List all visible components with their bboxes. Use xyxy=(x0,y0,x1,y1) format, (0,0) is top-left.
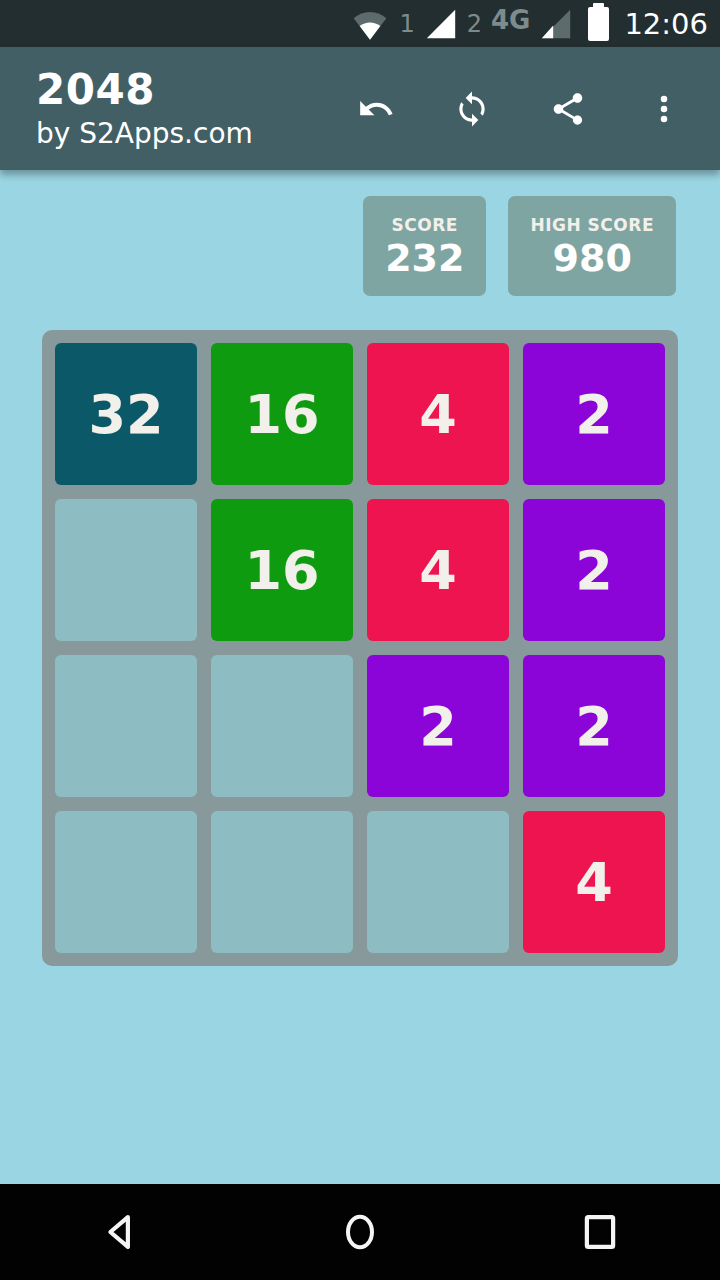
tile-r2c3-value-4: 4 xyxy=(367,499,509,641)
high-score-value: 980 xyxy=(553,239,632,277)
score-value: 232 xyxy=(385,239,464,277)
tile-r2c1-empty xyxy=(55,499,197,641)
score-badge: SCORE 232 xyxy=(363,196,486,296)
sim2-label: 2 xyxy=(467,10,482,38)
home-icon xyxy=(340,1208,380,1256)
app-bar: 2048 by S2Apps.com xyxy=(0,47,720,170)
status-bar: 1 2 4G 12:06 xyxy=(0,0,720,47)
tile-r4c4-value-4: 4 xyxy=(523,811,665,953)
back-icon xyxy=(99,1209,141,1255)
undo-button[interactable] xyxy=(344,77,408,141)
share-icon xyxy=(549,90,587,128)
home-button[interactable] xyxy=(240,1184,480,1280)
back-button[interactable] xyxy=(0,1184,240,1280)
tile-r1c1-value-32: 32 xyxy=(55,343,197,485)
board-grid[interactable]: 3216421642224 xyxy=(42,330,678,966)
tile-r3c1-empty xyxy=(55,655,197,797)
recents-icon xyxy=(579,1210,621,1254)
refresh-icon xyxy=(453,90,491,128)
tile-r1c3-value-4: 4 xyxy=(367,343,509,485)
high-score-label: HIGH SCORE xyxy=(530,215,654,235)
app-title: 2048 xyxy=(36,69,253,111)
sim1-label: 1 xyxy=(399,10,414,38)
tile-r1c2-value-16: 16 xyxy=(211,343,353,485)
restart-button[interactable] xyxy=(440,77,504,141)
high-score-badge: HIGH SCORE 980 xyxy=(508,196,676,296)
tile-r1c4-value-2: 2 xyxy=(523,343,665,485)
game-screen: SCORE 232 HIGH SCORE 980 3216421642224 xyxy=(0,196,720,966)
clock: 12:06 xyxy=(624,7,708,41)
overflow-menu-button[interactable] xyxy=(632,77,696,141)
wifi-icon xyxy=(350,7,390,41)
tile-r4c1-empty xyxy=(55,811,197,953)
undo-icon xyxy=(357,90,395,128)
android-nav-bar xyxy=(0,1184,720,1280)
signal-strength-icon xyxy=(539,7,573,41)
tile-r2c4-value-2: 2 xyxy=(523,499,665,641)
signal-strength-icon xyxy=(424,7,458,41)
tile-r4c2-empty xyxy=(211,811,353,953)
battery-icon xyxy=(588,7,609,41)
share-button[interactable] xyxy=(536,77,600,141)
more-vert-icon xyxy=(647,92,681,126)
scoreboard: SCORE 232 HIGH SCORE 980 xyxy=(0,196,676,296)
tile-r4c3-empty xyxy=(367,811,509,953)
tile-r3c2-empty xyxy=(211,655,353,797)
tile-r3c3-value-2: 2 xyxy=(367,655,509,797)
app-subtitle: by S2Apps.com xyxy=(36,120,253,148)
tile-r2c2-value-16: 16 xyxy=(211,499,353,641)
network-type-label: 4G xyxy=(491,5,530,35)
tile-r3c4-value-2: 2 xyxy=(523,655,665,797)
score-label: SCORE xyxy=(392,215,458,235)
recents-button[interactable] xyxy=(480,1184,720,1280)
